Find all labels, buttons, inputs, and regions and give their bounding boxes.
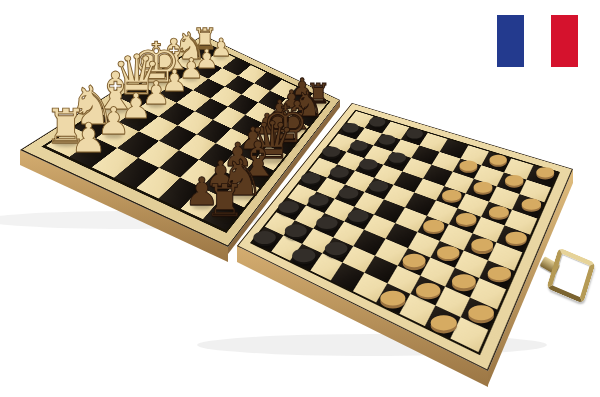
checker-piece-wood: ● [429, 311, 459, 331]
checker-piece-black: ● [252, 228, 278, 245]
brass-clasp-icon [538, 246, 592, 304]
checker-piece-wood: ● [504, 173, 525, 187]
checker-piece-wood: ● [488, 151, 508, 164]
checker-piece-black: ● [277, 198, 301, 214]
checker-piece-wood: ● [435, 243, 461, 260]
checker-piece-black: ● [377, 132, 396, 145]
flag-stripe-white [524, 15, 551, 67]
checker-piece-black: ● [307, 191, 330, 206]
checker-piece-black: ● [315, 214, 339, 230]
checker-piece-black: ● [323, 239, 349, 256]
checker-piece-wood: ● [466, 303, 495, 322]
checker-piece-black: ● [349, 138, 369, 151]
checker-piece-wood: ● [441, 186, 463, 201]
checker-piece-black: ● [387, 151, 407, 165]
checker-piece-black: ● [341, 120, 360, 133]
checker-piece-wood: ● [458, 158, 478, 172]
checker-piece-black: ● [283, 221, 308, 238]
checker-piece-black: ● [405, 126, 424, 139]
checker-piece-black: ● [329, 164, 350, 178]
checker-piece-black: ● [358, 157, 379, 171]
france-flag-icon [497, 15, 578, 67]
checker-piece-wood: ● [487, 203, 510, 218]
checker-piece-wood: ● [455, 210, 478, 226]
checker-piece-black: ● [367, 178, 389, 193]
clasp-loop [546, 247, 596, 304]
checker-piece-black: ● [321, 144, 341, 158]
checker-piece-wood: ● [535, 166, 556, 180]
checker-piece-wood: ● [422, 217, 446, 233]
product-photo-stage: ♜♟♞♟♝♟♚♟♛♟♜♟♟♝♞♟♟●♞♝●♟●♟●♜♚●♟♟●♛●●♟●●●●♝… [0, 0, 600, 397]
checker-piece-wood: ● [414, 279, 442, 298]
flag-stripe-red [551, 15, 578, 67]
checker-piece-wood: ● [520, 196, 542, 211]
checker-piece-wood: ● [378, 287, 407, 306]
checker-piece-wood: ● [450, 271, 477, 289]
checker-piece-black: ● [300, 170, 322, 185]
checker-piece-black: ● [368, 114, 387, 126]
chess-piece-white-pawn: ♟ [70, 119, 107, 160]
checker-piece-wood: ● [401, 251, 427, 268]
checker-piece-black: ● [290, 246, 317, 264]
checker-piece-black: ● [337, 184, 360, 199]
checker-piece-black: ● [346, 207, 370, 223]
flag-stripe-blue [497, 15, 524, 67]
checker-piece-wood: ● [486, 264, 513, 282]
checker-piece-wood: ● [504, 228, 528, 244]
chess-piece-black-rook: ♜ [204, 179, 244, 224]
checker-piece-wood: ● [470, 236, 495, 253]
checker-piece-wood: ● [472, 179, 494, 193]
